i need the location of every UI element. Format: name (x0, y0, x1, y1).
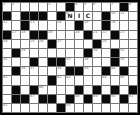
grid-cell[interactable] (12, 76, 20, 84)
grid-cell[interactable]: 52 (3, 104, 11, 112)
grid-cell[interactable]: 22 (102, 31, 110, 39)
grid-cell[interactable] (129, 12, 137, 20)
grid-cell[interactable] (21, 86, 29, 94)
block-cell (21, 21, 29, 29)
block-cell (66, 95, 74, 103)
clue-number: 50 (111, 95, 115, 97)
grid-cell[interactable]: 46 (39, 86, 47, 94)
grid-cell[interactable]: 5 (84, 3, 92, 11)
grid-cell[interactable] (120, 104, 128, 112)
grid-cell[interactable]: 21 (93, 31, 101, 39)
block-cell (3, 31, 11, 39)
grid-cell[interactable]: 9N (66, 12, 74, 20)
clue-number: 2 (12, 3, 14, 5)
grid-cell[interactable] (39, 104, 47, 112)
clue-number: 30 (93, 49, 97, 51)
clue-number: 42 (57, 76, 61, 78)
cell-letter: C (84, 12, 92, 20)
block-cell (93, 86, 101, 94)
grid-cell[interactable] (84, 86, 92, 94)
grid-cell[interactable] (39, 58, 47, 66)
grid-cell[interactable]: 41 (3, 76, 11, 84)
grid-cell[interactable]: 8 (129, 3, 137, 11)
grid-cell[interactable] (12, 58, 20, 66)
grid-cell[interactable] (21, 58, 29, 66)
block-cell (39, 95, 47, 103)
block-cell (12, 67, 20, 75)
clue-number: 29 (21, 49, 25, 51)
clue-number: 44 (102, 76, 106, 78)
grid-cell[interactable] (120, 21, 128, 29)
grid-cell[interactable] (120, 86, 128, 94)
clue-number: 51 (129, 95, 133, 97)
clue-number: 52 (3, 104, 7, 106)
block-cell (30, 12, 38, 20)
block-cell (30, 58, 38, 66)
grid-cell[interactable] (93, 67, 101, 75)
grid-cell[interactable]: 19 (48, 31, 56, 39)
clue-number: 10 (111, 12, 115, 14)
block-cell (111, 49, 119, 57)
clue-number: 33 (66, 58, 70, 60)
block-cell (120, 95, 128, 103)
grid-cell[interactable]: 15 (84, 21, 92, 29)
clue-number: 25 (30, 40, 34, 42)
grid-cell[interactable] (39, 76, 47, 84)
grid-cell[interactable]: 1 (3, 3, 11, 11)
grid-cell[interactable]: C (84, 12, 92, 20)
block-cell (75, 67, 83, 75)
grid-cell[interactable] (48, 104, 56, 112)
grid-cell[interactable] (93, 58, 101, 66)
grid-cell[interactable] (30, 104, 38, 112)
block-cell (75, 86, 83, 94)
block-cell (84, 31, 92, 39)
grid-cell[interactable] (39, 3, 47, 11)
grid-cell[interactable] (12, 12, 20, 20)
clue-number: 53 (66, 104, 70, 106)
grid-cell[interactable]: 13 (30, 21, 38, 29)
clue-number: 43 (66, 76, 70, 78)
grid-cell[interactable]: 36 (21, 67, 29, 75)
clue-number: 5 (84, 3, 86, 5)
clue-number: 4 (75, 3, 77, 5)
grid-cell[interactable] (102, 49, 110, 57)
grid-cell[interactable] (57, 86, 65, 94)
grid-cell[interactable]: 7 (111, 3, 119, 11)
grid-cell[interactable]: 12 (3, 21, 11, 29)
cell-letter: N (66, 12, 74, 20)
block-cell (129, 86, 137, 94)
grid-cell[interactable] (120, 40, 128, 48)
block-cell (39, 12, 47, 20)
block-cell (57, 12, 65, 20)
grid-cell[interactable]: 2 (12, 3, 20, 11)
grid-cell[interactable] (129, 104, 137, 112)
grid-cell[interactable]: 42 (57, 76, 65, 84)
clue-number: 3 (48, 3, 50, 5)
grid-cell[interactable] (12, 40, 20, 48)
grid-cell[interactable] (21, 3, 29, 11)
grid-cell[interactable] (129, 40, 137, 48)
clue-number: 35 (120, 58, 124, 60)
clue-number: 1 (3, 3, 5, 5)
block-cell (48, 40, 56, 48)
grid-cell[interactable] (75, 76, 83, 84)
grid-cell[interactable]: 32 (3, 58, 11, 66)
clue-number: 39 (84, 67, 88, 69)
grid-cell[interactable] (75, 40, 83, 48)
grid-cell[interactable]: 38 (57, 67, 65, 75)
clue-number: 6 (93, 3, 95, 5)
clue-number: 13 (30, 21, 34, 23)
block-cell (12, 86, 20, 94)
clue-number: 17 (12, 31, 16, 33)
grid-cell[interactable] (129, 58, 137, 66)
grid-cell[interactable]: 26 (39, 40, 47, 48)
grid-cell[interactable] (129, 67, 137, 75)
grid-cell[interactable] (57, 49, 65, 57)
block-cell (111, 58, 119, 66)
block-cell (39, 31, 47, 39)
clue-number: 8 (129, 3, 131, 5)
grid-cell[interactable]: 4 (75, 3, 83, 11)
grid-cell[interactable] (30, 3, 38, 11)
clue-number: 31 (120, 49, 124, 51)
clue-number: 19 (48, 31, 52, 33)
crossword-grid: 123456789NIC1011121314151617181920212223… (0, 0, 140, 115)
block-cell (12, 95, 20, 103)
grid-cell[interactable]: 51 (129, 95, 137, 103)
grid-cell[interactable] (3, 49, 11, 57)
grid-cell[interactable]: 11 (120, 12, 128, 20)
grid-cell[interactable] (102, 86, 110, 94)
grid-cell[interactable] (93, 104, 101, 112)
block-cell (66, 67, 74, 75)
grid-cell[interactable] (48, 67, 56, 75)
grid-cell[interactable]: 28 (102, 40, 110, 48)
clue-number: 38 (57, 67, 61, 69)
grid-cell[interactable] (111, 40, 119, 48)
grid-cell[interactable]: I (75, 12, 83, 20)
block-cell (120, 3, 128, 11)
grid-cell[interactable]: 37 (30, 67, 38, 75)
block-cell (75, 21, 83, 29)
block-cell (102, 21, 110, 29)
grid-cell[interactable] (57, 3, 65, 11)
grid-cell[interactable]: 3 (48, 3, 56, 11)
block-cell (3, 12, 11, 20)
clue-number: 47 (30, 95, 34, 97)
grid-cell[interactable] (66, 40, 74, 48)
grid-cell[interactable] (21, 76, 29, 84)
grid-cell[interactable]: 16 (111, 21, 119, 29)
grid-cell[interactable] (3, 86, 11, 94)
grid-cell[interactable]: 17 (12, 31, 20, 39)
grid-cell[interactable] (111, 104, 119, 112)
clue-number: 24 (3, 40, 7, 42)
grid-cell[interactable] (39, 67, 47, 75)
grid-cell[interactable] (102, 3, 110, 11)
grid-cell[interactable] (66, 49, 74, 57)
block-cell (111, 31, 119, 39)
block-cell (48, 58, 56, 66)
grid-cell[interactable] (57, 95, 65, 103)
block-cell (84, 95, 92, 103)
grid-cell[interactable] (66, 86, 74, 94)
cell-letter: I (75, 12, 83, 20)
grid-cell[interactable] (84, 40, 92, 48)
grid-cell[interactable] (111, 76, 119, 84)
grid-cell[interactable] (12, 21, 20, 29)
clue-number: 12 (3, 21, 7, 23)
block-cell (66, 3, 74, 11)
grid-cell[interactable] (75, 49, 83, 57)
clue-number: 23 (120, 31, 124, 33)
block-cell (102, 12, 110, 20)
grid-cell[interactable]: 34 (84, 58, 92, 66)
grid-cell[interactable] (39, 49, 47, 57)
clue-number: 46 (39, 86, 43, 88)
clue-number: 41 (3, 76, 7, 78)
grid-cell[interactable] (12, 104, 20, 112)
clue-number: 11 (120, 12, 124, 14)
block-cell (21, 12, 29, 20)
block-cell (30, 86, 38, 94)
clue-number: 20 (75, 31, 79, 33)
grid-cell[interactable]: 27 (57, 40, 65, 48)
grid-cell[interactable] (39, 21, 47, 29)
grid-cell[interactable] (129, 76, 137, 84)
grid-cell[interactable] (75, 104, 83, 112)
grid-cell[interactable]: 47 (30, 95, 38, 103)
clue-number: 7 (111, 3, 113, 5)
grid-cell[interactable]: 31 (120, 49, 128, 57)
grid-cell[interactable]: 20 (75, 31, 83, 39)
grid-cell[interactable]: 23 (120, 31, 128, 39)
grid-cell[interactable] (48, 12, 56, 20)
grid-cell[interactable]: 29 (21, 49, 29, 57)
grid-cell[interactable] (48, 49, 56, 57)
clue-number: 28 (102, 40, 106, 42)
block-cell (48, 76, 56, 84)
grid-cell[interactable]: 44 (102, 76, 110, 84)
grid-cell[interactable] (93, 21, 101, 29)
grid-cell[interactable]: 30 (93, 49, 101, 57)
grid-cell[interactable] (129, 31, 137, 39)
grid-cell[interactable]: 40 (111, 67, 119, 75)
grid-cell[interactable]: 14 (57, 21, 65, 29)
grid-cell[interactable] (48, 21, 56, 29)
grid-cell[interactable] (75, 58, 83, 66)
grid-cell[interactable]: 33 (66, 58, 74, 66)
clue-number: 40 (111, 67, 115, 69)
clue-number: 36 (21, 67, 25, 69)
grid-cell[interactable]: 25 (30, 40, 38, 48)
clue-number: 32 (3, 58, 7, 60)
grid-cell[interactable] (129, 21, 137, 29)
grid-cell[interactable] (21, 40, 29, 48)
grid-cell[interactable] (66, 21, 74, 29)
grid-cell[interactable]: 24 (3, 40, 11, 48)
grid-cell[interactable]: 50 (111, 95, 119, 103)
grid-cell[interactable]: 35 (120, 58, 128, 66)
block-cell (120, 67, 128, 75)
clue-number: 15 (84, 21, 88, 23)
clue-number: 21 (93, 31, 97, 33)
clue-number: 22 (102, 31, 106, 33)
grid-cell[interactable]: 53 (66, 104, 74, 112)
block-cell (21, 95, 29, 103)
clue-number: 34 (84, 58, 88, 60)
clue-number: 37 (30, 67, 34, 69)
clue-number: 14 (57, 21, 61, 23)
grid-cell[interactable]: 10 (111, 12, 119, 20)
grid-cell[interactable] (30, 76, 38, 84)
clue-number: 18 (21, 31, 25, 33)
grid-cell[interactable] (3, 95, 11, 103)
block-cell (84, 49, 92, 57)
grid-cell[interactable]: 43 (66, 76, 74, 84)
grid-cell[interactable] (66, 31, 74, 39)
grid-cell[interactable] (84, 76, 92, 84)
grid-cell[interactable]: 18 (21, 31, 29, 39)
block-cell (102, 67, 110, 75)
grid-cell[interactable] (21, 104, 29, 112)
clue-number: 26 (39, 40, 43, 42)
clue-number: 49 (93, 95, 97, 97)
grid-cell[interactable] (129, 49, 137, 57)
block-cell (111, 86, 119, 94)
block-cell (93, 40, 101, 48)
block-cell (57, 58, 65, 66)
grid-cell[interactable] (93, 76, 101, 84)
grid-cell[interactable] (102, 58, 110, 66)
grid-cell[interactable]: 39 (84, 67, 92, 75)
grid-cell[interactable]: 48 (75, 95, 83, 103)
clue-number: 45 (120, 76, 124, 78)
clue-number: 48 (75, 95, 79, 97)
clue-number: 27 (57, 40, 61, 42)
grid-cell[interactable]: 6 (93, 3, 101, 11)
block-cell (102, 95, 110, 103)
block-cell (12, 49, 20, 57)
grid-cell[interactable] (57, 31, 65, 39)
grid-cell[interactable] (84, 104, 92, 112)
grid-cell[interactable] (30, 49, 38, 57)
clue-number: 16 (111, 21, 115, 23)
grid-cell[interactable]: 49 (93, 95, 101, 103)
block-cell (57, 104, 65, 112)
block-cell (30, 31, 38, 39)
block-cell (48, 95, 56, 103)
grid-cell[interactable] (3, 67, 11, 75)
grid-cell[interactable] (48, 86, 56, 94)
grid-cell[interactable] (93, 12, 101, 20)
grid-cell[interactable]: 45 (120, 76, 128, 84)
grid-cell[interactable] (102, 104, 110, 112)
